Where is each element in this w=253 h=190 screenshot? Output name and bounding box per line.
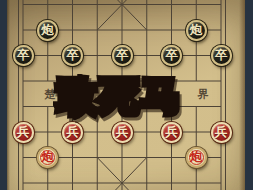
piece-glyph: 兵: [215, 126, 228, 139]
piece-glyph: 兵: [165, 126, 178, 139]
piece-glyph: 卒: [116, 49, 129, 62]
piece-black-cannon[interactable]: 炮: [186, 20, 207, 41]
piece-glyph: 卒: [66, 49, 79, 62]
caption-overlay: 敢死马 敢死马 敢死马: [58, 76, 184, 116]
caption-outline-outer: 敢死马: [58, 76, 184, 116]
piece-red-pawn[interactable]: 兵: [13, 122, 34, 143]
piece-black-pawn[interactable]: 卒: [112, 45, 133, 66]
piece-glyph: 卒: [165, 49, 178, 62]
video-frame: 楚 界 炮炮卒卒卒卒卒兵兵兵兵兵炮炮 敢死马 敢死马 敢死马: [0, 0, 253, 190]
piece-black-pawn[interactable]: 卒: [62, 45, 83, 66]
piece-black-pawn[interactable]: 卒: [13, 45, 34, 66]
river-label-right: 界: [198, 87, 209, 102]
piece-glyph: 卒: [215, 49, 228, 62]
piece-glyph: 兵: [17, 126, 30, 139]
piece-glyph: 炮: [190, 24, 203, 37]
piece-red-pawn[interactable]: 兵: [211, 122, 232, 143]
piece-glyph: 炮: [42, 24, 55, 37]
piece-red-pawn[interactable]: 兵: [62, 122, 83, 143]
piece-glyph: 兵: [116, 126, 129, 139]
piece-black-pawn[interactable]: 卒: [161, 45, 182, 66]
piece-glyph: 炮: [190, 151, 203, 164]
piece-glyph: 卒: [17, 49, 30, 62]
piece-glyph: 兵: [66, 126, 79, 139]
piece-black-pawn[interactable]: 卒: [211, 45, 232, 66]
piece-black-cannon[interactable]: 炮: [37, 20, 58, 41]
piece-red-pawn[interactable]: 兵: [161, 122, 182, 143]
piece-red-cannon[interactable]: 炮: [186, 147, 207, 168]
piece-red-pawn[interactable]: 兵: [112, 122, 133, 143]
piece-glyph: 炮: [42, 151, 55, 164]
river-label-left: 楚: [45, 87, 56, 102]
